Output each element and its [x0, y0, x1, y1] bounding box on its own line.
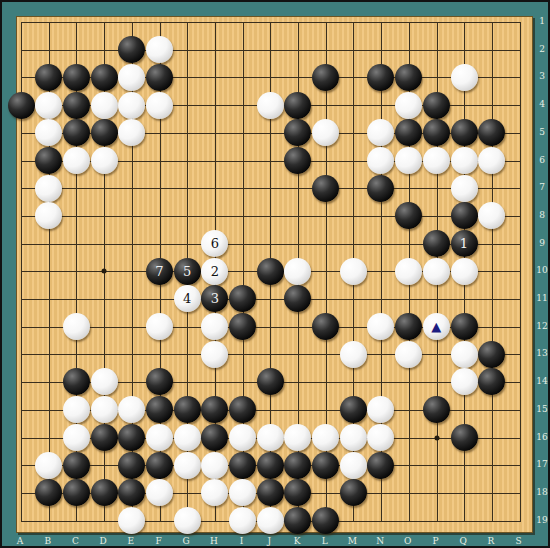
intersection-E5[interactable] — [118, 119, 146, 147]
intersection-R11[interactable] — [478, 285, 506, 313]
intersection-A6[interactable] — [7, 147, 35, 175]
intersection-K9[interactable] — [284, 230, 312, 258]
intersection-B13[interactable] — [35, 340, 63, 368]
intersection-J6[interactable] — [256, 147, 284, 175]
intersection-G7[interactable] — [173, 174, 201, 202]
intersection-P17[interactable] — [422, 451, 450, 479]
intersection-P3[interactable] — [422, 64, 450, 92]
intersection-C19[interactable] — [63, 507, 91, 535]
intersection-M4[interactable] — [339, 91, 367, 119]
intersection-E13[interactable] — [118, 340, 146, 368]
intersection-A4[interactable] — [7, 91, 35, 119]
intersection-B3[interactable] — [35, 64, 63, 92]
intersection-R4[interactable] — [478, 91, 506, 119]
intersection-S11[interactable] — [506, 285, 534, 313]
intersection-R8[interactable] — [478, 202, 506, 230]
intersection-R7[interactable] — [478, 174, 506, 202]
intersection-L6[interactable] — [312, 147, 340, 175]
intersection-D6[interactable] — [90, 147, 118, 175]
intersection-N7[interactable] — [367, 174, 395, 202]
intersection-F19[interactable] — [146, 507, 174, 535]
intersection-G17[interactable] — [173, 451, 201, 479]
intersection-N9[interactable] — [367, 230, 395, 258]
intersection-P15[interactable] — [422, 396, 450, 424]
intersection-B17[interactable] — [35, 451, 63, 479]
intersection-I11[interactable] — [229, 285, 257, 313]
intersection-S7[interactable] — [506, 174, 534, 202]
intersection-I1[interactable] — [229, 8, 257, 36]
intersection-G16[interactable] — [173, 423, 201, 451]
intersection-F18[interactable] — [146, 479, 174, 507]
intersection-Q3[interactable] — [450, 64, 478, 92]
intersection-O9[interactable] — [395, 230, 423, 258]
intersection-O1[interactable] — [395, 8, 423, 36]
intersection-Q17[interactable] — [450, 451, 478, 479]
intersection-G6[interactable] — [173, 147, 201, 175]
intersection-G1[interactable] — [173, 8, 201, 36]
intersection-I18[interactable] — [229, 479, 257, 507]
intersection-D11[interactable] — [90, 285, 118, 313]
intersection-E2[interactable] — [118, 36, 146, 64]
intersection-G9[interactable] — [173, 230, 201, 258]
intersection-D17[interactable] — [90, 451, 118, 479]
intersection-B4[interactable] — [35, 91, 63, 119]
intersection-Q5[interactable] — [450, 119, 478, 147]
intersection-G18[interactable] — [173, 479, 201, 507]
intersection-F11[interactable] — [146, 285, 174, 313]
intersection-N5[interactable] — [367, 119, 395, 147]
intersection-B12[interactable] — [35, 313, 63, 341]
intersection-S14[interactable] — [506, 368, 534, 396]
intersection-B18[interactable] — [35, 479, 63, 507]
intersection-Q19[interactable] — [450, 507, 478, 535]
intersection-L3[interactable] — [312, 64, 340, 92]
intersection-J1[interactable] — [256, 8, 284, 36]
intersection-D4[interactable] — [90, 91, 118, 119]
intersection-F3[interactable] — [146, 64, 174, 92]
intersection-L11[interactable] — [312, 285, 340, 313]
intersection-F6[interactable] — [146, 147, 174, 175]
intersection-C13[interactable] — [63, 340, 91, 368]
intersection-E1[interactable] — [118, 8, 146, 36]
intersection-H12[interactable] — [201, 313, 229, 341]
intersection-M8[interactable] — [339, 202, 367, 230]
intersection-E15[interactable] — [118, 396, 146, 424]
intersection-A3[interactable] — [7, 64, 35, 92]
intersection-D13[interactable] — [90, 340, 118, 368]
intersection-E4[interactable] — [118, 91, 146, 119]
intersection-J2[interactable] — [256, 36, 284, 64]
intersection-G3[interactable] — [173, 64, 201, 92]
intersection-L16[interactable] — [312, 423, 340, 451]
intersection-L19[interactable] — [312, 507, 340, 535]
intersection-H13[interactable] — [201, 340, 229, 368]
intersection-J10[interactable] — [256, 257, 284, 285]
intersection-H18[interactable] — [201, 479, 229, 507]
intersection-K14[interactable] — [284, 368, 312, 396]
intersection-I2[interactable] — [229, 36, 257, 64]
intersection-E11[interactable] — [118, 285, 146, 313]
intersection-M10[interactable] — [339, 257, 367, 285]
intersection-P9[interactable] — [422, 230, 450, 258]
intersection-K2[interactable] — [284, 36, 312, 64]
intersection-E9[interactable] — [118, 230, 146, 258]
intersection-H5[interactable] — [201, 119, 229, 147]
intersection-B1[interactable] — [35, 8, 63, 36]
intersection-N2[interactable] — [367, 36, 395, 64]
intersection-Q18[interactable] — [450, 479, 478, 507]
intersection-D10[interactable] — [90, 257, 118, 285]
intersection-R10[interactable] — [478, 257, 506, 285]
intersection-S5[interactable] — [506, 119, 534, 147]
intersection-D16[interactable] — [90, 423, 118, 451]
intersection-H3[interactable] — [201, 64, 229, 92]
intersection-P4[interactable] — [422, 91, 450, 119]
intersection-B15[interactable] — [35, 396, 63, 424]
intersection-G19[interactable] — [173, 507, 201, 535]
intersection-F5[interactable] — [146, 119, 174, 147]
intersection-P11[interactable] — [422, 285, 450, 313]
intersection-H9[interactable]: 6 — [201, 230, 229, 258]
intersection-N18[interactable] — [367, 479, 395, 507]
intersection-D1[interactable] — [90, 8, 118, 36]
intersection-K5[interactable] — [284, 119, 312, 147]
intersection-L8[interactable] — [312, 202, 340, 230]
intersection-N16[interactable] — [367, 423, 395, 451]
intersection-E18[interactable] — [118, 479, 146, 507]
intersection-M15[interactable] — [339, 396, 367, 424]
intersection-J4[interactable] — [256, 91, 284, 119]
intersection-A19[interactable] — [7, 507, 35, 535]
intersection-P12[interactable]: ▲ — [422, 313, 450, 341]
intersection-B10[interactable] — [35, 257, 63, 285]
intersection-N15[interactable] — [367, 396, 395, 424]
intersection-H17[interactable] — [201, 451, 229, 479]
intersection-C9[interactable] — [63, 230, 91, 258]
intersection-F10[interactable]: 7 — [146, 257, 174, 285]
intersection-O16[interactable] — [395, 423, 423, 451]
intersection-Q13[interactable] — [450, 340, 478, 368]
intersection-D5[interactable] — [90, 119, 118, 147]
intersection-S9[interactable] — [506, 230, 534, 258]
intersection-I13[interactable] — [229, 340, 257, 368]
intersection-M2[interactable] — [339, 36, 367, 64]
intersection-P16[interactable] — [422, 423, 450, 451]
intersection-A15[interactable] — [7, 396, 35, 424]
intersection-J11[interactable] — [256, 285, 284, 313]
intersection-A9[interactable] — [7, 230, 35, 258]
intersection-L12[interactable] — [312, 313, 340, 341]
intersection-A1[interactable] — [7, 8, 35, 36]
intersection-F9[interactable] — [146, 230, 174, 258]
intersection-G10[interactable]: 5 — [173, 257, 201, 285]
intersection-G14[interactable] — [173, 368, 201, 396]
intersection-K16[interactable] — [284, 423, 312, 451]
intersection-R3[interactable] — [478, 64, 506, 92]
intersection-J17[interactable] — [256, 451, 284, 479]
intersection-B2[interactable] — [35, 36, 63, 64]
intersection-J3[interactable] — [256, 64, 284, 92]
intersection-H19[interactable] — [201, 507, 229, 535]
intersection-I8[interactable] — [229, 202, 257, 230]
intersection-J13[interactable] — [256, 340, 284, 368]
intersection-A18[interactable] — [7, 479, 35, 507]
intersection-F16[interactable] — [146, 423, 174, 451]
intersection-G13[interactable] — [173, 340, 201, 368]
intersection-O19[interactable] — [395, 507, 423, 535]
intersection-K7[interactable] — [284, 174, 312, 202]
intersection-O5[interactable] — [395, 119, 423, 147]
intersection-P10[interactable] — [422, 257, 450, 285]
intersection-F14[interactable] — [146, 368, 174, 396]
intersection-N1[interactable] — [367, 8, 395, 36]
intersection-J15[interactable] — [256, 396, 284, 424]
intersection-P1[interactable] — [422, 8, 450, 36]
intersection-A17[interactable] — [7, 451, 35, 479]
intersection-B9[interactable] — [35, 230, 63, 258]
intersection-S3[interactable] — [506, 64, 534, 92]
intersection-S2[interactable] — [506, 36, 534, 64]
intersection-K13[interactable] — [284, 340, 312, 368]
intersection-N17[interactable] — [367, 451, 395, 479]
intersection-K19[interactable] — [284, 507, 312, 535]
intersection-F12[interactable] — [146, 313, 174, 341]
intersection-G11[interactable]: 4 — [173, 285, 201, 313]
intersection-D2[interactable] — [90, 36, 118, 64]
intersection-G8[interactable] — [173, 202, 201, 230]
intersection-I19[interactable] — [229, 507, 257, 535]
intersection-I12[interactable] — [229, 313, 257, 341]
intersection-I4[interactable] — [229, 91, 257, 119]
intersection-E3[interactable] — [118, 64, 146, 92]
intersection-M12[interactable] — [339, 313, 367, 341]
intersection-C14[interactable] — [63, 368, 91, 396]
intersection-L18[interactable] — [312, 479, 340, 507]
intersection-D7[interactable] — [90, 174, 118, 202]
intersection-G12[interactable] — [173, 313, 201, 341]
intersection-K6[interactable] — [284, 147, 312, 175]
intersection-K3[interactable] — [284, 64, 312, 92]
intersection-S15[interactable] — [506, 396, 534, 424]
intersection-B16[interactable] — [35, 423, 63, 451]
intersection-O18[interactable] — [395, 479, 423, 507]
intersection-Q7[interactable] — [450, 174, 478, 202]
intersection-K17[interactable] — [284, 451, 312, 479]
intersection-F13[interactable] — [146, 340, 174, 368]
intersection-M9[interactable] — [339, 230, 367, 258]
intersection-O3[interactable] — [395, 64, 423, 92]
intersection-B6[interactable] — [35, 147, 63, 175]
intersection-B14[interactable] — [35, 368, 63, 396]
intersection-N8[interactable] — [367, 202, 395, 230]
intersection-H10[interactable]: 2 — [201, 257, 229, 285]
intersection-L4[interactable] — [312, 91, 340, 119]
intersection-R16[interactable] — [478, 423, 506, 451]
intersection-N13[interactable] — [367, 340, 395, 368]
intersection-E17[interactable] — [118, 451, 146, 479]
intersection-O14[interactable] — [395, 368, 423, 396]
intersection-S16[interactable] — [506, 423, 534, 451]
intersection-F4[interactable] — [146, 91, 174, 119]
intersection-E12[interactable] — [118, 313, 146, 341]
intersection-R17[interactable] — [478, 451, 506, 479]
intersection-S4[interactable] — [506, 91, 534, 119]
intersection-P13[interactable] — [422, 340, 450, 368]
intersection-G4[interactable] — [173, 91, 201, 119]
intersection-E19[interactable] — [118, 507, 146, 535]
intersection-S8[interactable] — [506, 202, 534, 230]
intersection-E8[interactable] — [118, 202, 146, 230]
intersection-A13[interactable] — [7, 340, 35, 368]
intersection-Q14[interactable] — [450, 368, 478, 396]
intersection-K15[interactable] — [284, 396, 312, 424]
intersection-P18[interactable] — [422, 479, 450, 507]
intersection-R2[interactable] — [478, 36, 506, 64]
intersection-A8[interactable] — [7, 202, 35, 230]
intersection-O15[interactable] — [395, 396, 423, 424]
intersection-O8[interactable] — [395, 202, 423, 230]
intersection-J8[interactable] — [256, 202, 284, 230]
intersection-P2[interactable] — [422, 36, 450, 64]
intersection-G15[interactable] — [173, 396, 201, 424]
intersection-Q9[interactable]: 1 — [450, 230, 478, 258]
intersection-F15[interactable] — [146, 396, 174, 424]
intersection-M16[interactable] — [339, 423, 367, 451]
intersection-C11[interactable] — [63, 285, 91, 313]
intersection-C15[interactable] — [63, 396, 91, 424]
intersection-C18[interactable] — [63, 479, 91, 507]
intersection-O10[interactable] — [395, 257, 423, 285]
intersection-M19[interactable] — [339, 507, 367, 535]
intersection-M17[interactable] — [339, 451, 367, 479]
intersection-B11[interactable] — [35, 285, 63, 313]
intersection-H11[interactable]: 3 — [201, 285, 229, 313]
intersection-F1[interactable] — [146, 8, 174, 36]
intersection-Q11[interactable] — [450, 285, 478, 313]
intersection-D9[interactable] — [90, 230, 118, 258]
intersection-A16[interactable] — [7, 423, 35, 451]
intersection-R14[interactable] — [478, 368, 506, 396]
intersection-R9[interactable] — [478, 230, 506, 258]
intersection-C10[interactable] — [63, 257, 91, 285]
intersection-C3[interactable] — [63, 64, 91, 92]
intersection-I16[interactable] — [229, 423, 257, 451]
intersection-I14[interactable] — [229, 368, 257, 396]
intersection-H7[interactable] — [201, 174, 229, 202]
intersection-E14[interactable] — [118, 368, 146, 396]
intersection-F2[interactable] — [146, 36, 174, 64]
intersection-P5[interactable] — [422, 119, 450, 147]
intersection-R5[interactable] — [478, 119, 506, 147]
intersection-P14[interactable] — [422, 368, 450, 396]
intersection-P7[interactable] — [422, 174, 450, 202]
intersection-J7[interactable] — [256, 174, 284, 202]
intersection-A2[interactable] — [7, 36, 35, 64]
intersection-P8[interactable] — [422, 202, 450, 230]
intersection-R15[interactable] — [478, 396, 506, 424]
intersection-K18[interactable] — [284, 479, 312, 507]
intersection-K11[interactable] — [284, 285, 312, 313]
intersection-Q15[interactable] — [450, 396, 478, 424]
intersection-O11[interactable] — [395, 285, 423, 313]
intersection-H8[interactable] — [201, 202, 229, 230]
intersection-N10[interactable] — [367, 257, 395, 285]
intersection-I5[interactable] — [229, 119, 257, 147]
intersection-A5[interactable] — [7, 119, 35, 147]
intersection-O12[interactable] — [395, 313, 423, 341]
intersection-L2[interactable] — [312, 36, 340, 64]
intersection-L1[interactable] — [312, 8, 340, 36]
intersection-M3[interactable] — [339, 64, 367, 92]
intersection-A14[interactable] — [7, 368, 35, 396]
intersection-J16[interactable] — [256, 423, 284, 451]
intersection-R18[interactable] — [478, 479, 506, 507]
intersection-I7[interactable] — [229, 174, 257, 202]
intersection-K8[interactable] — [284, 202, 312, 230]
intersection-E16[interactable] — [118, 423, 146, 451]
intersection-H1[interactable] — [201, 8, 229, 36]
intersection-J5[interactable] — [256, 119, 284, 147]
intersection-S12[interactable] — [506, 313, 534, 341]
intersection-J19[interactable] — [256, 507, 284, 535]
intersection-C12[interactable] — [63, 313, 91, 341]
intersection-H14[interactable] — [201, 368, 229, 396]
intersection-C6[interactable] — [63, 147, 91, 175]
intersection-N14[interactable] — [367, 368, 395, 396]
intersection-K4[interactable] — [284, 91, 312, 119]
intersection-P6[interactable] — [422, 147, 450, 175]
intersection-D14[interactable] — [90, 368, 118, 396]
intersection-Q6[interactable] — [450, 147, 478, 175]
intersection-D18[interactable] — [90, 479, 118, 507]
intersection-D15[interactable] — [90, 396, 118, 424]
intersection-J12[interactable] — [256, 313, 284, 341]
intersection-L5[interactable] — [312, 119, 340, 147]
intersection-C17[interactable] — [63, 451, 91, 479]
intersection-O2[interactable] — [395, 36, 423, 64]
intersection-P19[interactable] — [422, 507, 450, 535]
intersection-L13[interactable] — [312, 340, 340, 368]
intersection-I17[interactable] — [229, 451, 257, 479]
intersection-S6[interactable] — [506, 147, 534, 175]
intersection-Q12[interactable] — [450, 313, 478, 341]
intersection-S18[interactable] — [506, 479, 534, 507]
intersection-S10[interactable] — [506, 257, 534, 285]
intersection-A10[interactable] — [7, 257, 35, 285]
intersection-R13[interactable] — [478, 340, 506, 368]
intersection-E6[interactable] — [118, 147, 146, 175]
intersection-H16[interactable] — [201, 423, 229, 451]
intersection-L14[interactable] — [312, 368, 340, 396]
intersection-D8[interactable] — [90, 202, 118, 230]
intersection-M1[interactable] — [339, 8, 367, 36]
board-intersections[interactable]: 6175243▲ — [7, 8, 533, 534]
intersection-H2[interactable] — [201, 36, 229, 64]
intersection-I3[interactable] — [229, 64, 257, 92]
intersection-O6[interactable] — [395, 147, 423, 175]
intersection-C16[interactable] — [63, 423, 91, 451]
intersection-N19[interactable] — [367, 507, 395, 535]
intersection-C1[interactable] — [63, 8, 91, 36]
intersection-M14[interactable] — [339, 368, 367, 396]
intersection-J18[interactable] — [256, 479, 284, 507]
intersection-B8[interactable] — [35, 202, 63, 230]
intersection-Q8[interactable] — [450, 202, 478, 230]
intersection-O4[interactable] — [395, 91, 423, 119]
intersection-L7[interactable] — [312, 174, 340, 202]
intersection-Q4[interactable] — [450, 91, 478, 119]
intersection-M11[interactable] — [339, 285, 367, 313]
